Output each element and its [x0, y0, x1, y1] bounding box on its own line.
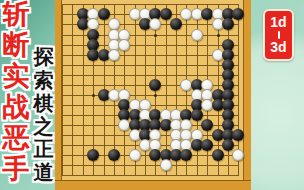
- black-stone: [170, 18, 182, 30]
- white-stone: [160, 159, 172, 171]
- black-stone: [222, 18, 234, 30]
- black-stone: [222, 139, 234, 151]
- black-stone: [191, 109, 203, 121]
- rank-badge-separator-icon: [278, 31, 280, 39]
- black-stone: [180, 149, 192, 161]
- video-frame: 斩断实战恶手 探索棋之正道 1d 3d: [0, 0, 304, 190]
- black-stone: [149, 79, 161, 91]
- rank-badge-top: 1d: [270, 15, 286, 30]
- banner-character: 恶: [0, 123, 32, 154]
- rank-badge-bottom: 3d: [270, 40, 286, 55]
- rank-badge: 1d 3d: [263, 9, 294, 61]
- board-border-bottom: [55, 180, 251, 190]
- left-banner-secondary: 探索棋之正道: [31, 46, 56, 184]
- black-stone: [108, 149, 120, 161]
- banner-character: 断: [0, 30, 32, 61]
- white-stone: [191, 29, 203, 41]
- black-stone: [212, 149, 224, 161]
- white-stone: [129, 149, 141, 161]
- black-stone: [87, 149, 99, 161]
- banner-character: 棋: [31, 92, 56, 115]
- black-stone: [160, 8, 172, 20]
- banner-character: 战: [0, 92, 32, 123]
- black-stone: [201, 119, 213, 131]
- banner-character: 手: [0, 154, 32, 185]
- black-stone: [201, 139, 213, 151]
- board-border-right: [243, 0, 251, 190]
- go-board[interactable]: [55, 0, 251, 190]
- left-banner-primary: 斩断实战恶手: [0, 0, 32, 185]
- banner-character: 正: [31, 138, 56, 161]
- white-stone: [149, 18, 161, 30]
- banner-character: 实: [0, 61, 32, 92]
- banner-character: 探: [31, 46, 56, 69]
- banner-character: 索: [31, 69, 56, 92]
- board-border-left: [55, 0, 62, 190]
- banner-character: 道: [31, 161, 56, 184]
- white-stone: [108, 49, 120, 61]
- white-stone: [118, 39, 130, 51]
- black-stone: [98, 8, 110, 20]
- banner-character: 斩: [0, 0, 32, 30]
- banner-character: 之: [31, 115, 56, 138]
